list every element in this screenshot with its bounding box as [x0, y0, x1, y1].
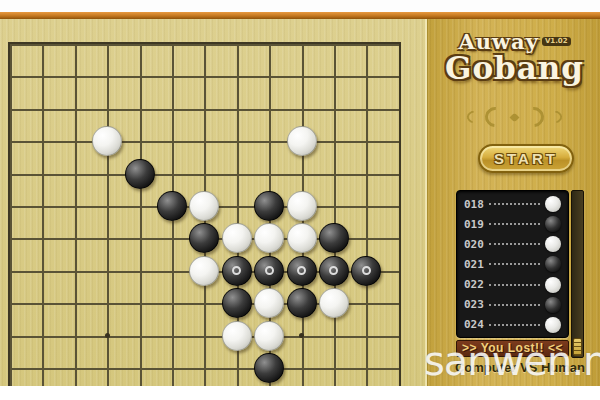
bottom-strip — [0, 386, 600, 400]
dotted-leader — [489, 304, 540, 306]
sidebar: AuwayV1.02 Gobang START 0180190200210220… — [427, 19, 600, 386]
game-logo: AuwayV1.02 Gobang — [436, 31, 593, 84]
move-row: 021 — [464, 254, 561, 274]
move-stone-black-icon — [545, 256, 561, 272]
move-row: 020 — [464, 234, 561, 254]
logo-title-line2: Gobang — [436, 53, 593, 84]
dotted-leader — [489, 284, 540, 286]
move-list-scrollbar[interactable] — [571, 190, 584, 358]
move-stone-white-icon — [545, 196, 561, 212]
flourish-curl-icon — [465, 109, 482, 126]
move-stone-white-icon — [545, 277, 561, 293]
start-button[interactable]: START — [478, 144, 574, 173]
dotted-leader — [489, 203, 540, 205]
wood-frame-bar — [0, 12, 600, 19]
move-row: 023 — [464, 295, 561, 315]
move-row: 022 — [464, 275, 561, 295]
top-strip — [0, 0, 600, 12]
version-badge: V1.02 — [542, 37, 571, 46]
board-grid-lines — [8, 42, 401, 386]
dotted-leader — [489, 223, 540, 225]
flourish-curl-icon — [548, 109, 565, 126]
flourish-curl-icon — [481, 103, 509, 131]
move-number: 023 — [464, 298, 484, 311]
move-number: 020 — [464, 238, 484, 251]
move-number: 019 — [464, 218, 484, 231]
move-number: 022 — [464, 278, 484, 291]
result-banner: >> You Lost!! << — [456, 340, 569, 357]
dotted-leader — [489, 324, 540, 326]
flourish-ornament — [436, 105, 593, 129]
move-number: 021 — [464, 258, 484, 271]
game-window: AuwayV1.02 Gobang START 0180190200210220… — [0, 0, 600, 400]
move-stone-black-icon — [545, 297, 561, 313]
dotted-leader — [489, 263, 540, 265]
move-stone-white-icon — [545, 317, 561, 333]
move-stone-white-icon — [545, 236, 561, 252]
logo-title-line1: AuwayV1.02 — [436, 31, 593, 52]
leaf-icon — [510, 112, 520, 122]
gobang-board[interactable] — [0, 19, 427, 386]
move-stone-black-icon — [545, 216, 561, 232]
dotted-leader — [489, 243, 540, 245]
move-list: 018019020021022023024 — [456, 190, 569, 338]
move-row: 018 — [464, 194, 561, 214]
move-row: 024 — [464, 315, 561, 335]
move-row: 019 — [464, 214, 561, 234]
move-number: 018 — [464, 198, 484, 211]
move-number: 024 — [464, 318, 484, 331]
scrollbar-thumb[interactable] — [573, 338, 582, 356]
move-history-area: 018019020021022023024 >> You Lost!! << — [456, 190, 584, 377]
mode-label: Computer VS Human — [448, 360, 592, 375]
flourish-curl-icon — [520, 103, 548, 131]
